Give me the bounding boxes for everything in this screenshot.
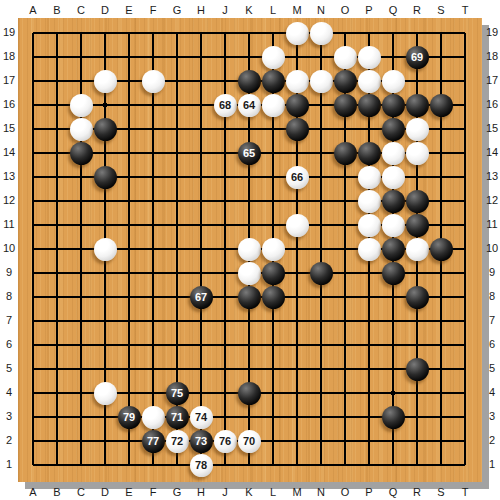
row-label: 9: [0, 265, 19, 279]
stone: [238, 262, 261, 285]
column-label: R: [407, 485, 427, 499]
stone: [286, 118, 309, 141]
row-label: 7: [0, 313, 19, 327]
column-label: L: [263, 3, 283, 17]
stone: [382, 214, 405, 237]
column-label: N: [311, 485, 331, 499]
stone: [262, 262, 285, 285]
stone: [406, 94, 429, 117]
column-label: S: [431, 3, 451, 17]
stone: [382, 94, 405, 117]
stone: [406, 214, 429, 237]
stone: [310, 70, 333, 93]
stone: [238, 286, 261, 309]
row-label: 10: [482, 241, 500, 255]
numbered-stone: 77: [142, 430, 165, 453]
row-label: 6: [482, 337, 500, 351]
go-game-screen: 69686465666775797174777273767078 AABBCCD…: [0, 0, 500, 500]
numbered-stone: 72: [166, 430, 189, 453]
column-label: K: [239, 485, 259, 499]
row-label: 12: [482, 193, 500, 207]
column-label: L: [263, 485, 283, 499]
stone: [94, 118, 117, 141]
column-label: C: [71, 3, 91, 17]
column-label: F: [143, 3, 163, 17]
stone: [142, 70, 165, 93]
row-label: 3: [482, 409, 500, 423]
stone: [430, 94, 453, 117]
row-label: 18: [0, 49, 19, 63]
stone: [406, 190, 429, 213]
stone: [382, 142, 405, 165]
column-label: D: [95, 3, 115, 17]
stone: [262, 70, 285, 93]
stone: [334, 46, 357, 69]
stone: [382, 166, 405, 189]
stone: [238, 70, 261, 93]
row-label: 18: [482, 49, 500, 63]
stone: [94, 166, 117, 189]
stone: [286, 94, 309, 117]
column-label: J: [215, 485, 235, 499]
stone: [70, 94, 93, 117]
stone: [70, 142, 93, 165]
column-label: Q: [383, 3, 403, 17]
numbered-stone: 68: [214, 94, 237, 117]
numbered-stone: 70: [238, 430, 261, 453]
row-label: 2: [482, 433, 500, 447]
numbered-stone: 76: [214, 430, 237, 453]
stone: [334, 94, 357, 117]
column-label: E: [119, 3, 139, 17]
stone: [406, 142, 429, 165]
row-label: 7: [482, 313, 500, 327]
column-label: K: [239, 3, 259, 17]
hoshi-point: [391, 391, 395, 395]
column-label: A: [23, 3, 43, 17]
stone: [382, 190, 405, 213]
column-label: E: [119, 485, 139, 499]
column-label: P: [359, 3, 379, 17]
column-label: R: [407, 3, 427, 17]
stone: [406, 118, 429, 141]
stone: [94, 238, 117, 261]
stone: [238, 238, 261, 261]
numbered-stone: 67: [190, 286, 213, 309]
stone: [358, 166, 381, 189]
stone: [94, 70, 117, 93]
column-label: N: [311, 3, 331, 17]
stone: [430, 238, 453, 261]
stone: [358, 238, 381, 261]
stone: [262, 94, 285, 117]
column-label: B: [47, 3, 67, 17]
row-label: 15: [0, 121, 19, 135]
stone: [406, 358, 429, 381]
go-board[interactable]: 69686465666775797174777273767078: [18, 18, 482, 482]
stone: [382, 406, 405, 429]
stone: [382, 118, 405, 141]
column-label: M: [287, 3, 307, 17]
numbered-stone: 73: [190, 430, 213, 453]
column-label: A: [23, 485, 43, 499]
numbered-stone: 75: [166, 382, 189, 405]
column-label: G: [167, 3, 187, 17]
stone: [262, 238, 285, 261]
numbered-stone: 71: [166, 406, 189, 429]
row-label: 16: [0, 97, 19, 111]
stone: [286, 22, 309, 45]
row-label: 4: [482, 385, 500, 399]
row-label: 6: [0, 337, 19, 351]
row-label: 13: [482, 169, 500, 183]
numbered-stone: 74: [190, 406, 213, 429]
stone: [262, 286, 285, 309]
row-label: 4: [0, 385, 19, 399]
stone: [70, 118, 93, 141]
column-label: Q: [383, 485, 403, 499]
row-label: 10: [0, 241, 19, 255]
stone: [334, 142, 357, 165]
stone: [358, 214, 381, 237]
stone: [286, 214, 309, 237]
stone: [286, 70, 309, 93]
column-label: P: [359, 485, 379, 499]
column-label: J: [215, 3, 235, 17]
hoshi-point: [103, 103, 107, 107]
stone: [142, 406, 165, 429]
stone: [358, 190, 381, 213]
row-label: 8: [482, 289, 500, 303]
row-label: 1: [482, 457, 500, 471]
row-label: 5: [0, 361, 19, 375]
row-label: 1: [0, 457, 19, 471]
stone: [406, 286, 429, 309]
row-label: 19: [482, 25, 500, 39]
stone: [334, 70, 357, 93]
column-label: G: [167, 485, 187, 499]
stone: [262, 46, 285, 69]
row-label: 16: [482, 97, 500, 111]
column-label: D: [95, 485, 115, 499]
row-label: 17: [0, 73, 19, 87]
column-label: H: [191, 3, 211, 17]
row-label: 5: [482, 361, 500, 375]
column-label: C: [71, 485, 91, 499]
row-label: 14: [482, 145, 500, 159]
column-label: T: [455, 3, 475, 17]
numbered-stone: 69: [406, 46, 429, 69]
column-label: O: [335, 485, 355, 499]
row-label: 11: [0, 217, 19, 231]
numbered-stone: 66: [286, 166, 309, 189]
stone: [310, 262, 333, 285]
column-label: B: [47, 485, 67, 499]
numbered-stone: 64: [238, 94, 261, 117]
row-label: 12: [0, 193, 19, 207]
row-label: 8: [0, 289, 19, 303]
stone: [310, 22, 333, 45]
numbered-stone: 78: [190, 454, 213, 477]
row-label: 3: [0, 409, 19, 423]
stone: [358, 70, 381, 93]
numbered-stone: 65: [238, 142, 261, 165]
numbered-stone: 79: [118, 406, 141, 429]
column-label: T: [455, 485, 475, 499]
column-label: M: [287, 485, 307, 499]
stone: [358, 142, 381, 165]
stone: [358, 94, 381, 117]
row-label: 15: [482, 121, 500, 135]
row-label: 17: [482, 73, 500, 87]
column-label: S: [431, 485, 451, 499]
row-label: 13: [0, 169, 19, 183]
stone: [382, 262, 405, 285]
stone: [382, 238, 405, 261]
stone: [358, 46, 381, 69]
row-label: 14: [0, 145, 19, 159]
stone: [238, 382, 261, 405]
stone: [94, 382, 117, 405]
column-label: H: [191, 485, 211, 499]
column-label: O: [335, 3, 355, 17]
row-label: 2: [0, 433, 19, 447]
column-label: F: [143, 485, 163, 499]
row-label: 11: [482, 217, 500, 231]
stone: [406, 238, 429, 261]
row-label: 19: [0, 25, 19, 39]
row-label: 9: [482, 265, 500, 279]
stone: [382, 70, 405, 93]
